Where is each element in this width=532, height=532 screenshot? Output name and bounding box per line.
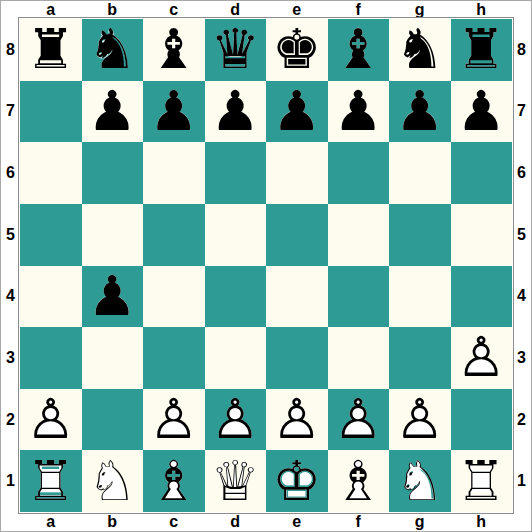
corner-spacer: [512, 512, 531, 531]
piece-white-pawn[interactable]: ♟♙: [328, 389, 390, 451]
rank-label-4-left: 4: [1, 266, 20, 328]
piece-black-pawn[interactable]: ♙♟: [82, 266, 144, 328]
rank-label-8-right: 8: [512, 19, 531, 81]
white-pawn-icon: ♟: [143, 389, 205, 451]
square-b1[interactable]: ♞♘: [82, 450, 144, 512]
white-pawn-icon: ♙: [143, 389, 205, 451]
file-label-b-bottom: b: [82, 512, 144, 531]
white-bishop-icon: ♝: [328, 450, 390, 512]
black-rook-icon: ♖: [451, 19, 513, 81]
square-b8[interactable]: ♘♞: [82, 19, 144, 81]
white-pawn-icon: ♙: [328, 389, 390, 451]
rank-label-2-left: 2: [1, 389, 20, 451]
piece-white-rook[interactable]: ♜♖: [451, 450, 513, 512]
piece-white-pawn[interactable]: ♟♙: [205, 389, 267, 451]
square-f1[interactable]: ♝♗: [328, 450, 390, 512]
square-f5[interactable]: [328, 204, 390, 266]
square-c1[interactable]: ♝♗: [143, 450, 205, 512]
square-e6[interactable]: [266, 142, 328, 204]
piece-white-pawn[interactable]: ♟♙: [266, 389, 328, 451]
white-bishop-icon: ♗: [143, 450, 205, 512]
piece-black-knight[interactable]: ♘♞: [82, 19, 144, 81]
white-knight-icon: ♞: [82, 450, 144, 512]
square-c3[interactable]: [143, 327, 205, 389]
black-pawn-icon: ♙: [389, 81, 451, 143]
rank-label-3-left: 3: [1, 327, 20, 389]
rank-label-4-right: 4: [512, 266, 531, 328]
black-pawn-icon: ♙: [328, 81, 390, 143]
white-pawn-icon: ♟: [205, 389, 267, 451]
square-g5[interactable]: [389, 204, 451, 266]
square-d4[interactable]: [205, 266, 267, 328]
rank-label-5-right: 5: [512, 204, 531, 266]
white-queen-icon: ♕: [205, 450, 267, 512]
file-label-h-bottom: h: [451, 512, 513, 531]
black-pawn-icon: ♙: [82, 81, 144, 143]
piece-white-pawn[interactable]: ♟♙: [143, 389, 205, 451]
square-f2[interactable]: ♟♙: [328, 389, 390, 451]
black-bishop-icon: ♝: [143, 19, 205, 81]
square-c4[interactable]: [143, 266, 205, 328]
piece-black-pawn[interactable]: ♙♟: [143, 81, 205, 143]
square-g6[interactable]: [389, 142, 451, 204]
square-g2[interactable]: ♟♙: [389, 389, 451, 451]
rank-label-3-right: 3: [512, 327, 531, 389]
piece-black-knight[interactable]: ♘♞: [389, 19, 451, 81]
piece-white-pawn[interactable]: ♟♙: [451, 327, 513, 389]
square-h5[interactable]: [451, 204, 513, 266]
square-g1[interactable]: ♞♘: [389, 450, 451, 512]
black-king-icon: ♔: [266, 19, 328, 81]
piece-white-queen[interactable]: ♛♕: [205, 450, 267, 512]
square-h1[interactable]: ♜♖: [451, 450, 513, 512]
square-d1[interactable]: ♛♕: [205, 450, 267, 512]
white-knight-icon: ♘: [389, 450, 451, 512]
square-f8[interactable]: ♗♝: [328, 19, 390, 81]
white-rook-icon: ♖: [451, 450, 513, 512]
square-a4[interactable]: [20, 266, 82, 328]
file-label-g-bottom: g: [389, 512, 451, 531]
white-pawn-icon: ♙: [20, 389, 82, 451]
square-h8[interactable]: ♖♜: [451, 19, 513, 81]
black-pawn-icon: ♟: [266, 81, 328, 143]
white-pawn-icon: ♟: [451, 327, 513, 389]
black-pawn-icon: ♟: [205, 81, 267, 143]
square-h4[interactable]: [451, 266, 513, 328]
rank-label-8-left: 8: [1, 19, 20, 81]
square-g4[interactable]: [389, 266, 451, 328]
square-a6[interactable]: [20, 142, 82, 204]
white-bishop-icon: ♗: [328, 450, 390, 512]
black-knight-icon: ♘: [389, 19, 451, 81]
chess-board-window: abcdefgh8♖♜♘♞♗♝♕♛♔♚♗♝♘♞♖♜87♙♟♙♟♙♟♙♟♙♟♙♟♙…: [0, 0, 532, 532]
black-pawn-icon: ♟: [143, 81, 205, 143]
file-label-d-top: d: [205, 1, 267, 19]
rank-label-5-left: 5: [1, 204, 20, 266]
piece-white-knight[interactable]: ♞♘: [389, 450, 451, 512]
square-c6[interactable]: [143, 142, 205, 204]
file-label-e-bottom: e: [266, 512, 328, 531]
piece-white-rook[interactable]: ♜♖: [20, 450, 82, 512]
piece-black-pawn[interactable]: ♙♟: [451, 81, 513, 143]
square-h7[interactable]: ♙♟: [451, 81, 513, 143]
black-rook-icon: ♖: [20, 19, 82, 81]
square-d5[interactable]: [205, 204, 267, 266]
black-knight-icon: ♘: [82, 19, 144, 81]
black-pawn-icon: ♙: [451, 81, 513, 143]
square-a8[interactable]: ♖♜: [20, 19, 82, 81]
piece-black-pawn[interactable]: ♙♟: [389, 81, 451, 143]
piece-white-king[interactable]: ♚♔: [266, 450, 328, 512]
black-pawn-icon: ♙: [205, 81, 267, 143]
black-pawn-icon: ♟: [328, 81, 390, 143]
white-knight-icon: ♞: [389, 450, 451, 512]
piece-white-pawn[interactable]: ♟♙: [389, 389, 451, 451]
file-label-d-bottom: d: [205, 512, 267, 531]
square-e7[interactable]: ♙♟: [266, 81, 328, 143]
black-rook-icon: ♜: [451, 19, 513, 81]
file-label-e-top: e: [266, 1, 328, 19]
square-a5[interactable]: [20, 204, 82, 266]
piece-black-pawn[interactable]: ♙♟: [205, 81, 267, 143]
black-pawn-icon: ♟: [82, 266, 144, 328]
square-g3[interactable]: [389, 327, 451, 389]
piece-black-pawn[interactable]: ♙♟: [82, 81, 144, 143]
rank-label-2-right: 2: [512, 389, 531, 451]
white-pawn-icon: ♟: [389, 389, 451, 451]
black-knight-icon: ♞: [82, 19, 144, 81]
rank-label-7-left: 7: [1, 81, 20, 143]
corner-spacer: [512, 1, 531, 19]
rank-label-6-right: 6: [512, 142, 531, 204]
white-king-icon: ♚: [266, 450, 328, 512]
square-a1[interactable]: ♜♖: [20, 450, 82, 512]
white-knight-icon: ♘: [82, 450, 144, 512]
square-e8[interactable]: ♔♚: [266, 19, 328, 81]
file-label-c-bottom: c: [143, 512, 205, 531]
rank-label-1-right: 1: [512, 450, 531, 512]
black-queen-icon: ♛: [205, 19, 267, 81]
white-king-icon: ♔: [266, 450, 328, 512]
file-label-a-bottom: a: [20, 512, 82, 531]
white-queen-icon: ♛: [205, 450, 267, 512]
piece-white-knight[interactable]: ♞♘: [82, 450, 144, 512]
square-e4[interactable]: [266, 266, 328, 328]
square-a3[interactable]: [20, 327, 82, 389]
piece-black-king[interactable]: ♔♚: [266, 19, 328, 81]
square-h2[interactable]: [451, 389, 513, 451]
square-c2[interactable]: ♟♙: [143, 389, 205, 451]
file-label-g-top: g: [389, 1, 451, 19]
file-label-f-top: f: [328, 1, 390, 19]
file-label-h-top: h: [451, 1, 513, 19]
black-pawn-icon: ♙: [82, 266, 144, 328]
piece-white-pawn[interactable]: ♟♙: [20, 389, 82, 451]
black-knight-icon: ♞: [389, 19, 451, 81]
white-pawn-icon: ♟: [20, 389, 82, 451]
black-king-icon: ♚: [266, 19, 328, 81]
file-label-f-bottom: f: [328, 512, 390, 531]
white-bishop-icon: ♝: [143, 450, 205, 512]
black-pawn-icon: ♙: [143, 81, 205, 143]
square-e2[interactable]: ♟♙: [266, 389, 328, 451]
black-bishop-icon: ♗: [328, 19, 390, 81]
square-a2[interactable]: ♟♙: [20, 389, 82, 451]
square-b6[interactable]: [82, 142, 144, 204]
piece-white-bishop[interactable]: ♝♗: [328, 450, 390, 512]
square-f3[interactable]: [328, 327, 390, 389]
square-f7[interactable]: ♙♟: [328, 81, 390, 143]
square-a7[interactable]: [20, 81, 82, 143]
white-rook-icon: ♜: [20, 450, 82, 512]
square-d7[interactable]: ♙♟: [205, 81, 267, 143]
rank-label-1-left: 1: [1, 450, 20, 512]
black-pawn-icon: ♟: [389, 81, 451, 143]
white-pawn-icon: ♙: [451, 327, 513, 389]
black-pawn-icon: ♟: [451, 81, 513, 143]
piece-black-rook[interactable]: ♖♜: [451, 19, 513, 81]
piece-black-bishop[interactable]: ♗♝: [328, 19, 390, 81]
square-b7[interactable]: ♙♟: [82, 81, 144, 143]
square-d3[interactable]: [205, 327, 267, 389]
piece-black-pawn[interactable]: ♙♟: [266, 81, 328, 143]
black-bishop-icon: ♗: [143, 19, 205, 81]
rank-label-6-left: 6: [1, 142, 20, 204]
file-label-a-top: a: [20, 1, 82, 19]
square-c5[interactable]: [143, 204, 205, 266]
black-queen-icon: ♕: [205, 19, 267, 81]
white-pawn-icon: ♙: [266, 389, 328, 451]
piece-black-bishop[interactable]: ♗♝: [143, 19, 205, 81]
square-f4[interactable]: [328, 266, 390, 328]
black-bishop-icon: ♝: [328, 19, 390, 81]
square-c8[interactable]: ♗♝: [143, 19, 205, 81]
square-h3[interactable]: ♟♙: [451, 327, 513, 389]
square-b5[interactable]: [82, 204, 144, 266]
rank-label-7-right: 7: [512, 81, 531, 143]
piece-black-pawn[interactable]: ♙♟: [328, 81, 390, 143]
square-g7[interactable]: ♙♟: [389, 81, 451, 143]
square-c7[interactable]: ♙♟: [143, 81, 205, 143]
square-h6[interactable]: [451, 142, 513, 204]
white-rook-icon: ♖: [20, 450, 82, 512]
square-e5[interactable]: [266, 204, 328, 266]
white-rook-icon: ♜: [451, 450, 513, 512]
square-e1[interactable]: ♚♔: [266, 450, 328, 512]
corner-spacer: [1, 512, 20, 531]
white-pawn-icon: ♟: [328, 389, 390, 451]
piece-white-bishop[interactable]: ♝♗: [143, 450, 205, 512]
piece-black-rook[interactable]: ♖♜: [20, 19, 82, 81]
square-d6[interactable]: [205, 142, 267, 204]
black-pawn-icon: ♟: [82, 81, 144, 143]
square-e3[interactable]: [266, 327, 328, 389]
square-b2[interactable]: [82, 389, 144, 451]
file-label-c-top: c: [143, 1, 205, 19]
white-pawn-icon: ♙: [389, 389, 451, 451]
square-f6[interactable]: [328, 142, 390, 204]
black-pawn-icon: ♙: [266, 81, 328, 143]
piece-black-queen[interactable]: ♕♛: [205, 19, 267, 81]
file-label-b-top: b: [82, 1, 144, 19]
square-b4[interactable]: ♙♟: [82, 266, 144, 328]
square-b3[interactable]: [82, 327, 144, 389]
white-pawn-icon: ♙: [205, 389, 267, 451]
black-rook-icon: ♜: [20, 19, 82, 81]
square-d8[interactable]: ♕♛: [205, 19, 267, 81]
square-d2[interactable]: ♟♙: [205, 389, 267, 451]
white-pawn-icon: ♟: [266, 389, 328, 451]
square-g8[interactable]: ♘♞: [389, 19, 451, 81]
corner-spacer: [1, 1, 20, 19]
